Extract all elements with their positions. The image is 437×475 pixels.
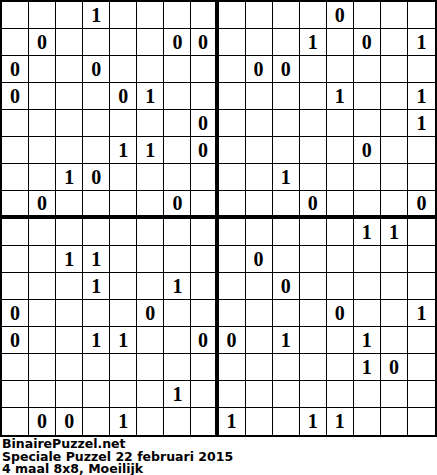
cell-r8-c8[interactable] xyxy=(191,191,218,218)
cell-r12-c4[interactable] xyxy=(83,300,110,327)
cell-r6-c14: 0 xyxy=(354,137,381,164)
cell-r8-c11[interactable] xyxy=(273,191,300,218)
cell-r13-c5: 1 xyxy=(110,327,137,354)
cell-r10-c5[interactable] xyxy=(110,246,137,273)
cell-r9-c13[interactable] xyxy=(327,219,354,246)
cell-r11-c4: 1 xyxy=(83,273,110,300)
cell-r13-c15[interactable] xyxy=(381,327,408,354)
cell-r11-c14[interactable] xyxy=(354,273,381,300)
cell-r3-c10: 0 xyxy=(246,56,273,83)
cell-r14-c14: 1 xyxy=(354,354,381,381)
cell-r4-c5: 0 xyxy=(110,83,137,110)
cell-r16-c1[interactable] xyxy=(2,408,29,435)
cell-r10-c9[interactable] xyxy=(219,246,246,273)
cell-r14-c3[interactable] xyxy=(56,354,83,381)
cell-r6-c1[interactable] xyxy=(2,137,29,164)
cell-r9-c15: 1 xyxy=(381,219,408,246)
cell-r2-c15[interactable] xyxy=(381,29,408,56)
cell-r2-c9[interactable] xyxy=(219,29,246,56)
cell-r6-c3[interactable] xyxy=(56,137,83,164)
cell-r14-c15: 0 xyxy=(381,354,408,381)
cell-r1-c5[interactable] xyxy=(110,2,137,29)
cell-r11-c10[interactable] xyxy=(246,273,273,300)
cell-r12-c14[interactable] xyxy=(354,300,381,327)
cell-r3-c6[interactable] xyxy=(137,56,164,83)
cell-r12-c2[interactable] xyxy=(29,300,56,327)
cell-r6-c15[interactable] xyxy=(381,137,408,164)
cell-r16-c5: 1 xyxy=(110,408,137,435)
cell-r11-c2[interactable] xyxy=(29,273,56,300)
cell-r8-c7: 0 xyxy=(164,191,191,218)
cell-r16-c16[interactable] xyxy=(408,408,435,435)
cell-r6-c11[interactable] xyxy=(273,137,300,164)
cell-r1-c1[interactable] xyxy=(2,2,29,29)
cell-r3-c16[interactable] xyxy=(408,56,435,83)
cell-r7-c2[interactable] xyxy=(29,164,56,191)
cell-r7-c5[interactable] xyxy=(110,164,137,191)
cell-r3-c4: 0 xyxy=(83,56,110,83)
cell-r8-c6[interactable] xyxy=(137,191,164,218)
cell-r10-c3: 1 xyxy=(56,246,83,273)
cell-r1-c8[interactable] xyxy=(191,2,218,29)
cell-r8-c15[interactable] xyxy=(381,191,408,218)
cell-r15-c1[interactable] xyxy=(2,381,29,408)
cell-r2-c13[interactable] xyxy=(327,29,354,56)
cell-r5-c10[interactable] xyxy=(246,110,273,137)
cell-r14-c9[interactable] xyxy=(219,354,246,381)
cell-r11-c9[interactable] xyxy=(219,273,246,300)
cell-r10-c4: 1 xyxy=(83,246,110,273)
cell-r4-c7[interactable] xyxy=(164,83,191,110)
cell-r16-c10[interactable] xyxy=(246,408,273,435)
cell-r11-c8[interactable] xyxy=(191,273,218,300)
cell-r6-c9[interactable] xyxy=(219,137,246,164)
cell-r15-c14[interactable] xyxy=(354,381,381,408)
cell-r10-c14[interactable] xyxy=(354,246,381,273)
cell-r5-c3[interactable] xyxy=(56,110,83,137)
cell-r6-c8: 0 xyxy=(191,137,218,164)
cell-r3-c13[interactable] xyxy=(327,56,354,83)
cell-r16-c6[interactable] xyxy=(137,408,164,435)
cell-r8-c1[interactable] xyxy=(2,191,29,218)
cell-r3-c2[interactable] xyxy=(29,56,56,83)
cell-r5-c4[interactable] xyxy=(83,110,110,137)
cell-r5-c15[interactable] xyxy=(381,110,408,137)
cell-r4-c8[interactable] xyxy=(191,83,218,110)
cell-r15-c5[interactable] xyxy=(110,381,137,408)
cell-r14-c13[interactable] xyxy=(327,354,354,381)
cell-r10-c7[interactable] xyxy=(164,246,191,273)
cell-r11-c6[interactable] xyxy=(137,273,164,300)
cell-r3-c11: 0 xyxy=(273,56,300,83)
cell-r11-c16[interactable] xyxy=(408,273,435,300)
cell-r8-c16: 0 xyxy=(408,191,435,218)
cell-r8-c2: 0 xyxy=(29,191,56,218)
cell-r10-c12[interactable] xyxy=(300,246,327,273)
cell-r11-c15[interactable] xyxy=(381,273,408,300)
cell-r7-c7[interactable] xyxy=(164,164,191,191)
cell-r1-c12[interactable] xyxy=(300,2,327,29)
cell-r2-c3[interactable] xyxy=(56,29,83,56)
cell-r9-c1[interactable] xyxy=(2,219,29,246)
cell-r1-c11[interactable] xyxy=(273,2,300,29)
cell-r12-c12[interactable] xyxy=(300,300,327,327)
cell-r9-c12[interactable] xyxy=(300,219,327,246)
cell-r13-c3[interactable] xyxy=(56,327,83,354)
cell-r6-c2[interactable] xyxy=(29,137,56,164)
binary-puzzle-board: 1000010100000011101110010100001111011000… xyxy=(0,0,437,437)
cell-r4-c6: 1 xyxy=(137,83,164,110)
cell-r2-c10[interactable] xyxy=(246,29,273,56)
cell-r12-c9[interactable] xyxy=(219,300,246,327)
cell-r1-c7[interactable] xyxy=(164,2,191,29)
cell-r3-c3[interactable] xyxy=(56,56,83,83)
cell-r12-c16: 1 xyxy=(408,300,435,327)
cell-r7-c4: 0 xyxy=(83,164,110,191)
cell-r5-c8: 0 xyxy=(191,110,218,137)
cell-r9-c4[interactable] xyxy=(83,219,110,246)
cell-r11-c13[interactable] xyxy=(327,273,354,300)
cell-r8-c13[interactable] xyxy=(327,191,354,218)
cell-r6-c7[interactable] xyxy=(164,137,191,164)
cell-r11-c7: 1 xyxy=(164,273,191,300)
cell-r10-c1[interactable] xyxy=(2,246,29,273)
cell-r2-c2: 0 xyxy=(29,29,56,56)
cell-r10-c6[interactable] xyxy=(137,246,164,273)
cell-r12-c8[interactable] xyxy=(191,300,218,327)
cell-r4-c3[interactable] xyxy=(56,83,83,110)
cell-r13-c1: 0 xyxy=(2,327,29,354)
cell-r1-c16[interactable] xyxy=(408,2,435,29)
cell-r8-c3[interactable] xyxy=(56,191,83,218)
cell-r3-c14[interactable] xyxy=(354,56,381,83)
cell-r5-c1[interactable] xyxy=(2,110,29,137)
cell-r4-c15[interactable] xyxy=(381,83,408,110)
cell-r13-c14: 1 xyxy=(354,327,381,354)
cell-r6-c4[interactable] xyxy=(83,137,110,164)
cell-r7-c16[interactable] xyxy=(408,164,435,191)
cell-r9-c14: 1 xyxy=(354,219,381,246)
cell-r16-c14[interactable] xyxy=(354,408,381,435)
cell-r7-c15[interactable] xyxy=(381,164,408,191)
cell-r12-c7[interactable] xyxy=(164,300,191,327)
cell-r14-c6[interactable] xyxy=(137,354,164,381)
cell-r14-c2[interactable] xyxy=(29,354,56,381)
cell-r3-c15[interactable] xyxy=(381,56,408,83)
cell-r9-c16[interactable] xyxy=(408,219,435,246)
puzzle-difficulty: 4 maal 8x8, Moeilijk xyxy=(2,463,437,475)
cell-r13-c13[interactable] xyxy=(327,327,354,354)
cell-r9-c7[interactable] xyxy=(164,219,191,246)
cell-r12-c11[interactable] xyxy=(273,300,300,327)
cell-r13-c10[interactable] xyxy=(246,327,273,354)
cell-r8-c12: 0 xyxy=(300,191,327,218)
cell-r8-c5[interactable] xyxy=(110,191,137,218)
cell-r3-c9[interactable] xyxy=(219,56,246,83)
cell-r5-c12[interactable] xyxy=(300,110,327,137)
cell-r2-c16: 1 xyxy=(408,29,435,56)
cell-r6-c6: 1 xyxy=(137,137,164,164)
cell-r10-c13[interactable] xyxy=(327,246,354,273)
cell-r16-c11[interactable] xyxy=(273,408,300,435)
cell-r6-c12[interactable] xyxy=(300,137,327,164)
puzzle-sheet: 1000010100000011101110010100001111011000… xyxy=(0,0,437,475)
cell-r3-c8[interactable] xyxy=(191,56,218,83)
cell-r13-c11: 1 xyxy=(273,327,300,354)
cell-r10-c11[interactable] xyxy=(273,246,300,273)
cell-r14-c1[interactable] xyxy=(2,354,29,381)
cell-r4-c12[interactable] xyxy=(300,83,327,110)
cell-r16-c15[interactable] xyxy=(381,408,408,435)
cell-r15-c8[interactable] xyxy=(191,381,218,408)
cell-r10-c8[interactable] xyxy=(191,246,218,273)
cell-r15-c11[interactable] xyxy=(273,381,300,408)
cell-r7-c3: 1 xyxy=(56,164,83,191)
cell-r6-c10[interactable] xyxy=(246,137,273,164)
cell-r11-c1[interactable] xyxy=(2,273,29,300)
cell-r3-c7[interactable] xyxy=(164,56,191,83)
cell-r9-c5[interactable] xyxy=(110,219,137,246)
cell-r15-c13[interactable] xyxy=(327,381,354,408)
cell-r15-c15[interactable] xyxy=(381,381,408,408)
cell-r5-c13[interactable] xyxy=(327,110,354,137)
cell-r14-c12[interactable] xyxy=(300,354,327,381)
cell-r15-c12[interactable] xyxy=(300,381,327,408)
cell-r15-c6[interactable] xyxy=(137,381,164,408)
cell-r1-c15[interactable] xyxy=(381,2,408,29)
cell-r10-c16[interactable] xyxy=(408,246,435,273)
cell-r1-c6[interactable] xyxy=(137,2,164,29)
cell-r2-c5[interactable] xyxy=(110,29,137,56)
cell-r16-c13: 1 xyxy=(327,408,354,435)
cell-r7-c10[interactable] xyxy=(246,164,273,191)
cell-r10-c10: 0 xyxy=(246,246,273,273)
cell-r13-c8: 0 xyxy=(191,327,218,354)
cell-r7-c1[interactable] xyxy=(2,164,29,191)
cell-r7-c8[interactable] xyxy=(191,164,218,191)
cell-r10-c15[interactable] xyxy=(381,246,408,273)
cell-r12-c6: 0 xyxy=(137,300,164,327)
cell-r12-c10[interactable] xyxy=(246,300,273,327)
cell-r7-c6[interactable] xyxy=(137,164,164,191)
cell-r15-c10[interactable] xyxy=(246,381,273,408)
cell-r2-c12: 1 xyxy=(300,29,327,56)
cell-r1-c10[interactable] xyxy=(246,2,273,29)
cell-r2-c4[interactable] xyxy=(83,29,110,56)
cell-r9-c6[interactable] xyxy=(137,219,164,246)
cell-r1-c2[interactable] xyxy=(29,2,56,29)
cell-r15-c16[interactable] xyxy=(408,381,435,408)
cell-r11-c12[interactable] xyxy=(300,273,327,300)
cell-r1-c9[interactable] xyxy=(219,2,246,29)
cell-r4-c13: 1 xyxy=(327,83,354,110)
cell-r14-c16[interactable] xyxy=(408,354,435,381)
cell-r14-c7[interactable] xyxy=(164,354,191,381)
cell-r6-c5: 1 xyxy=(110,137,137,164)
cell-r4-c16: 1 xyxy=(408,83,435,110)
cell-r15-c2[interactable] xyxy=(29,381,56,408)
cell-r16-c2: 0 xyxy=(29,408,56,435)
cell-r14-c5[interactable] xyxy=(110,354,137,381)
cell-r7-c12[interactable] xyxy=(300,164,327,191)
cell-r8-c4[interactable] xyxy=(83,191,110,218)
cell-r14-c11[interactable] xyxy=(273,354,300,381)
footer: BinairePuzzel.net Speciale Puzzel 22 feb… xyxy=(0,437,437,475)
cell-r1-c14[interactable] xyxy=(354,2,381,29)
cell-r8-c9[interactable] xyxy=(219,191,246,218)
cell-r13-c2[interactable] xyxy=(29,327,56,354)
cell-r11-c3[interactable] xyxy=(56,273,83,300)
cell-r16-c7[interactable] xyxy=(164,408,191,435)
cell-r4-c11[interactable] xyxy=(273,83,300,110)
cell-r5-c2[interactable] xyxy=(29,110,56,137)
cell-r11-c5[interactable] xyxy=(110,273,137,300)
cell-r11-c11: 0 xyxy=(273,273,300,300)
cell-r13-c4: 1 xyxy=(83,327,110,354)
cell-r5-c11[interactable] xyxy=(273,110,300,137)
cell-r16-c4[interactable] xyxy=(83,408,110,435)
cell-r15-c9[interactable] xyxy=(219,381,246,408)
cell-r13-c9: 0 xyxy=(219,327,246,354)
cell-r7-c11: 1 xyxy=(273,164,300,191)
cell-r9-c8[interactable] xyxy=(191,219,218,246)
cell-r9-c3[interactable] xyxy=(56,219,83,246)
cell-r16-c8[interactable] xyxy=(191,408,218,435)
cell-r4-c9[interactable] xyxy=(219,83,246,110)
cell-r14-c4[interactable] xyxy=(83,354,110,381)
cell-r7-c13[interactable] xyxy=(327,164,354,191)
cell-r4-c10[interactable] xyxy=(246,83,273,110)
cell-r2-c11[interactable] xyxy=(273,29,300,56)
cell-r12-c3[interactable] xyxy=(56,300,83,327)
cell-r3-c1: 0 xyxy=(2,56,29,83)
cell-r1-c13: 0 xyxy=(327,2,354,29)
cell-r2-c8: 0 xyxy=(191,29,218,56)
cell-r9-c2[interactable] xyxy=(29,219,56,246)
cell-r9-c10[interactable] xyxy=(246,219,273,246)
cell-r16-c9: 1 xyxy=(219,408,246,435)
cell-r7-c9[interactable] xyxy=(219,164,246,191)
cell-r2-c6[interactable] xyxy=(137,29,164,56)
cell-r13-c16[interactable] xyxy=(408,327,435,354)
cell-r12-c13: 0 xyxy=(327,300,354,327)
cell-r5-c6[interactable] xyxy=(137,110,164,137)
cell-r6-c13[interactable] xyxy=(327,137,354,164)
cell-r5-c9[interactable] xyxy=(219,110,246,137)
cell-r3-c12[interactable] xyxy=(300,56,327,83)
cell-r15-c7: 1 xyxy=(164,381,191,408)
cell-r13-c12[interactable] xyxy=(300,327,327,354)
cell-r5-c7[interactable] xyxy=(164,110,191,137)
cell-r10-c2[interactable] xyxy=(29,246,56,273)
cell-r7-c14[interactable] xyxy=(354,164,381,191)
cell-r15-c4[interactable] xyxy=(83,381,110,408)
cell-r2-c14: 0 xyxy=(354,29,381,56)
cell-r4-c1: 0 xyxy=(2,83,29,110)
cell-r16-c3: 0 xyxy=(56,408,83,435)
cell-r13-c6[interactable] xyxy=(137,327,164,354)
cell-r5-c16: 1 xyxy=(408,110,435,137)
cell-r6-c16[interactable] xyxy=(408,137,435,164)
cell-r4-c2[interactable] xyxy=(29,83,56,110)
cell-r14-c8[interactable] xyxy=(191,354,218,381)
cell-r8-c10[interactable] xyxy=(246,191,273,218)
cell-r8-c14[interactable] xyxy=(354,191,381,218)
cell-r12-c15[interactable] xyxy=(381,300,408,327)
cell-r5-c5[interactable] xyxy=(110,110,137,137)
cell-r5-c14[interactable] xyxy=(354,110,381,137)
cell-r14-c10[interactable] xyxy=(246,354,273,381)
cell-r9-c11[interactable] xyxy=(273,219,300,246)
cell-r13-c7[interactable] xyxy=(164,327,191,354)
cell-r2-c7: 0 xyxy=(164,29,191,56)
cell-r16-c12: 1 xyxy=(300,408,327,435)
cell-r1-c4: 1 xyxy=(83,2,110,29)
cell-r15-c3[interactable] xyxy=(56,381,83,408)
cell-r12-c5[interactable] xyxy=(110,300,137,327)
cell-r4-c4[interactable] xyxy=(83,83,110,110)
cell-r3-c5[interactable] xyxy=(110,56,137,83)
cell-r2-c1[interactable] xyxy=(2,29,29,56)
cell-r4-c14[interactable] xyxy=(354,83,381,110)
cell-r12-c1: 0 xyxy=(2,300,29,327)
cell-r1-c3[interactable] xyxy=(56,2,83,29)
cell-r9-c9[interactable] xyxy=(219,219,246,246)
